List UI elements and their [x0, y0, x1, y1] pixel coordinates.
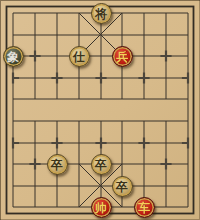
piece-black-elephant[interactable]: 象: [3, 46, 24, 67]
piece-character: 车: [138, 202, 150, 214]
piece-black-soldier-3[interactable]: 卒: [112, 176, 133, 197]
piece-character: 仕: [73, 51, 85, 63]
piece-black-advisor[interactable]: 仕: [69, 46, 90, 67]
piece-character: 卒: [51, 159, 63, 171]
piece-black-general[interactable]: 将: [91, 3, 112, 24]
piece-black-soldier-1[interactable]: 卒: [47, 154, 68, 175]
piece-character: 兵: [116, 51, 128, 63]
piece-red-chariot[interactable]: 车: [134, 197, 155, 218]
piece-character: 象: [7, 51, 19, 63]
board-grid: [0, 0, 200, 220]
board-lines: [13, 13, 188, 207]
piece-red-general[interactable]: 帅: [91, 197, 112, 218]
piece-black-soldier-2[interactable]: 卒: [91, 154, 112, 175]
piece-character: 帅: [95, 202, 107, 214]
xiangqi-board[interactable]: 将象仕兵卒卒卒帅车: [0, 0, 200, 220]
piece-character: 卒: [116, 181, 128, 193]
piece-character: 卒: [95, 159, 107, 171]
piece-red-soldier[interactable]: 兵: [112, 46, 133, 67]
piece-character: 将: [95, 8, 107, 20]
